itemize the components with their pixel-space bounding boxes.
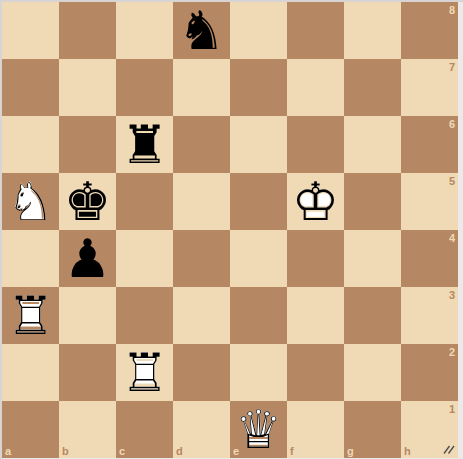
piece-white-queen[interactable]: ♛♕ <box>230 401 287 458</box>
square-d1[interactable]: d <box>173 401 230 458</box>
piece-outline-glyph: ♘ <box>2 173 59 230</box>
square-g3[interactable] <box>344 287 401 344</box>
square-e1[interactable]: e♛♕ <box>230 401 287 458</box>
piece-outline-glyph: ♖ <box>116 344 173 401</box>
square-g6[interactable] <box>344 116 401 173</box>
piece-glyph: ♜ <box>116 116 173 173</box>
piece-glyph: ♚ <box>59 173 116 230</box>
square-d8[interactable]: ♞ <box>173 2 230 59</box>
square-a7[interactable] <box>2 59 59 116</box>
file-label: f <box>290 445 294 457</box>
square-b2[interactable] <box>59 344 116 401</box>
piece-white-rook[interactable]: ♜♖ <box>2 287 59 344</box>
file-label: a <box>5 445 11 457</box>
square-e2[interactable] <box>230 344 287 401</box>
square-e8[interactable] <box>230 2 287 59</box>
square-e3[interactable] <box>230 287 287 344</box>
square-c1[interactable]: c <box>116 401 173 458</box>
rank-label: 8 <box>449 4 455 16</box>
file-label: c <box>119 445 125 457</box>
piece-outline-glyph: ♕ <box>230 401 287 458</box>
chess-board: ♞87♜6♞♘♚♚♔5♟4♜♖3♜♖2abcde♛♕fg1h <box>2 2 458 458</box>
square-a6[interactable] <box>2 116 59 173</box>
rank-label: 4 <box>449 232 455 244</box>
square-h8[interactable]: 8 <box>401 2 458 59</box>
square-f7[interactable] <box>287 59 344 116</box>
square-d2[interactable] <box>173 344 230 401</box>
square-h6[interactable]: 6 <box>401 116 458 173</box>
rank-label: 2 <box>449 346 455 358</box>
square-c3[interactable] <box>116 287 173 344</box>
rank-label: 1 <box>449 403 455 415</box>
square-a4[interactable] <box>2 230 59 287</box>
square-c4[interactable] <box>116 230 173 287</box>
square-d6[interactable] <box>173 116 230 173</box>
square-c2[interactable]: ♜♖ <box>116 344 173 401</box>
piece-black-knight[interactable]: ♞ <box>173 2 230 59</box>
square-g2[interactable] <box>344 344 401 401</box>
square-e6[interactable] <box>230 116 287 173</box>
square-b7[interactable] <box>59 59 116 116</box>
rank-label: 6 <box>449 118 455 130</box>
square-c5[interactable] <box>116 173 173 230</box>
piece-white-knight[interactable]: ♞♘ <box>2 173 59 230</box>
file-label: b <box>62 445 69 457</box>
square-d5[interactable] <box>173 173 230 230</box>
square-a3[interactable]: ♜♖ <box>2 287 59 344</box>
piece-glyph: ♞ <box>173 2 230 59</box>
square-b5[interactable]: ♚ <box>59 173 116 230</box>
square-d3[interactable] <box>173 287 230 344</box>
square-e7[interactable] <box>230 59 287 116</box>
square-f2[interactable] <box>287 344 344 401</box>
square-a5[interactable]: ♞♘ <box>2 173 59 230</box>
square-e5[interactable] <box>230 173 287 230</box>
piece-black-rook[interactable]: ♜ <box>116 116 173 173</box>
square-g7[interactable] <box>344 59 401 116</box>
square-g8[interactable] <box>344 2 401 59</box>
rank-label: 7 <box>449 61 455 73</box>
rank-label: 5 <box>449 175 455 187</box>
file-label: h <box>404 445 411 457</box>
piece-glyph: ♟ <box>59 230 116 287</box>
square-h4[interactable]: 4 <box>401 230 458 287</box>
square-d7[interactable] <box>173 59 230 116</box>
square-b8[interactable] <box>59 2 116 59</box>
square-g5[interactable] <box>344 173 401 230</box>
square-h2[interactable]: 2 <box>401 344 458 401</box>
square-f6[interactable] <box>287 116 344 173</box>
piece-white-king[interactable]: ♚♔ <box>287 173 344 230</box>
piece-black-pawn[interactable]: ♟ <box>59 230 116 287</box>
square-a2[interactable] <box>2 344 59 401</box>
board-resize-handle[interactable] <box>443 443 455 455</box>
square-f4[interactable] <box>287 230 344 287</box>
square-h5[interactable]: 5 <box>401 173 458 230</box>
piece-outline-glyph: ♔ <box>287 173 344 230</box>
square-f1[interactable]: f <box>287 401 344 458</box>
square-f8[interactable] <box>287 2 344 59</box>
file-label: d <box>176 445 183 457</box>
square-e4[interactable] <box>230 230 287 287</box>
square-g4[interactable] <box>344 230 401 287</box>
rank-label: 3 <box>449 289 455 301</box>
piece-white-rook[interactable]: ♜♖ <box>116 344 173 401</box>
piece-black-king[interactable]: ♚ <box>59 173 116 230</box>
square-b3[interactable] <box>59 287 116 344</box>
square-a1[interactable]: a <box>2 401 59 458</box>
square-g1[interactable]: g <box>344 401 401 458</box>
square-h3[interactable]: 3 <box>401 287 458 344</box>
square-d4[interactable] <box>173 230 230 287</box>
square-b1[interactable]: b <box>59 401 116 458</box>
square-c6[interactable]: ♜ <box>116 116 173 173</box>
square-c7[interactable] <box>116 59 173 116</box>
square-f3[interactable] <box>287 287 344 344</box>
square-c8[interactable] <box>116 2 173 59</box>
square-b4[interactable]: ♟ <box>59 230 116 287</box>
file-label: g <box>347 445 354 457</box>
square-b6[interactable] <box>59 116 116 173</box>
square-a8[interactable] <box>2 2 59 59</box>
square-h7[interactable]: 7 <box>401 59 458 116</box>
square-f5[interactable]: ♚♔ <box>287 173 344 230</box>
piece-outline-glyph: ♖ <box>2 287 59 344</box>
